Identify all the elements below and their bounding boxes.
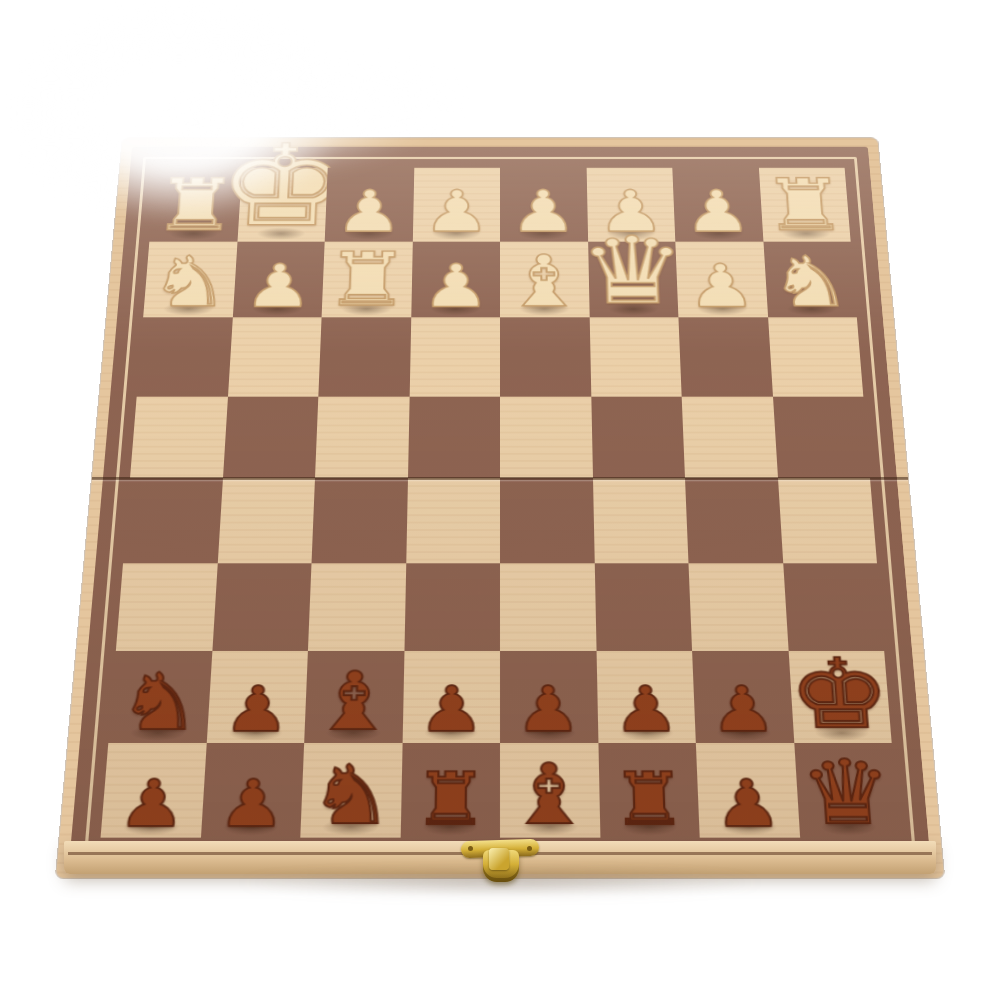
square-g4[interactable] <box>685 478 783 563</box>
light-pawn[interactable]: ♟ <box>335 185 404 238</box>
light-knight[interactable]: ♞ <box>767 250 852 314</box>
light-rook[interactable]: ♜ <box>151 172 240 238</box>
square-c5[interactable] <box>315 396 409 478</box>
square-h8[interactable]: ♜ <box>758 168 850 242</box>
square-a7[interactable]: ♞ <box>143 241 237 317</box>
square-d7[interactable]: ♟ <box>411 241 500 317</box>
square-b3[interactable] <box>212 563 312 651</box>
square-c2[interactable]: ♝ <box>304 651 404 743</box>
square-d8[interactable]: ♟ <box>412 168 500 242</box>
dark-bishop[interactable]: ♝ <box>311 665 398 739</box>
light-rook[interactable]: ♜ <box>760 172 849 238</box>
square-c1[interactable]: ♞ <box>300 742 402 837</box>
square-g2[interactable]: ♟ <box>692 651 794 743</box>
clasp-screw <box>527 846 532 851</box>
piece-shadow <box>611 722 682 742</box>
chess-board-case: ♜♚♟♟♟♟♟♜♞♟♜♟♝♛♟♞♞♟♝♟♟♟♟♚♟♟♞♜♝♜♟♛ <box>56 138 944 878</box>
square-e4[interactable] <box>500 478 594 563</box>
piece-shadow <box>709 722 780 742</box>
piece-shadow <box>115 817 188 838</box>
square-a1[interactable]: ♟ <box>101 742 207 837</box>
square-h5[interactable] <box>772 396 870 478</box>
square-a2[interactable]: ♞ <box>108 651 212 743</box>
square-b6[interactable] <box>228 317 322 396</box>
dark-pawn[interactable]: ♟ <box>612 681 680 739</box>
square-g7[interactable]: ♟ <box>675 241 767 317</box>
light-pawn[interactable]: ♟ <box>421 259 490 314</box>
dark-pawn[interactable]: ♟ <box>117 774 189 834</box>
square-h4[interactable] <box>778 478 877 563</box>
light-pawn[interactable]: ♟ <box>686 259 757 314</box>
square-g1[interactable]: ♟ <box>696 742 800 837</box>
piece-shadow <box>812 817 885 838</box>
square-a6[interactable] <box>137 317 233 396</box>
square-a8[interactable]: ♜ <box>149 168 241 242</box>
square-f3[interactable] <box>594 563 692 651</box>
brass-clasp-latch <box>461 834 539 886</box>
square-e1[interactable]: ♝ <box>500 742 600 837</box>
dark-pawn[interactable]: ♟ <box>222 681 291 739</box>
square-b5[interactable] <box>223 396 319 478</box>
piece-shadow <box>613 817 685 838</box>
light-pawn[interactable]: ♟ <box>683 185 753 238</box>
square-h1[interactable]: ♛ <box>794 742 900 837</box>
square-h7[interactable]: ♞ <box>763 241 857 317</box>
square-e8[interactable]: ♟ <box>500 168 588 242</box>
dark-king[interactable]: ♚ <box>786 650 894 738</box>
piece-shadow <box>314 817 386 838</box>
square-c8[interactable]: ♟ <box>325 168 414 242</box>
dark-pawn[interactable]: ♟ <box>713 774 783 834</box>
dark-pawn[interactable]: ♟ <box>217 774 287 834</box>
piece-shadow <box>416 722 487 742</box>
square-f1[interactable]: ♜ <box>598 742 700 837</box>
square-f6[interactable] <box>589 317 681 396</box>
dark-knight[interactable]: ♞ <box>308 758 395 833</box>
piece-shadow <box>220 722 291 742</box>
square-a5[interactable] <box>130 396 228 478</box>
square-e3[interactable] <box>500 563 596 651</box>
piece-shadow <box>122 722 194 742</box>
square-g3[interactable] <box>688 563 788 651</box>
dark-rook[interactable]: ♜ <box>610 767 687 834</box>
light-pawn[interactable]: ♟ <box>243 259 314 314</box>
piece-shadow <box>806 722 878 742</box>
square-a4[interactable] <box>123 478 222 563</box>
square-d6[interactable] <box>409 317 500 396</box>
square-b4[interactable] <box>217 478 315 563</box>
dark-rook[interactable]: ♜ <box>412 767 488 834</box>
square-h3[interactable] <box>783 563 884 651</box>
square-a3[interactable] <box>116 563 217 651</box>
square-b2[interactable]: ♟ <box>206 651 308 743</box>
clasp-screw <box>468 846 473 851</box>
square-d3[interactable] <box>404 563 500 651</box>
clasp-knob <box>489 848 509 870</box>
piece-shadow <box>514 722 585 742</box>
square-f5[interactable] <box>591 396 685 478</box>
square-d5[interactable] <box>408 396 501 478</box>
light-pawn[interactable]: ♟ <box>422 185 490 238</box>
square-b8[interactable]: ♚ <box>237 168 328 242</box>
piece-shadow <box>214 817 287 838</box>
square-e5[interactable] <box>500 396 593 478</box>
square-b1[interactable]: ♟ <box>200 742 304 837</box>
light-queen[interactable]: ♛ <box>578 229 688 314</box>
light-pawn[interactable]: ♟ <box>510 185 578 238</box>
dark-pawn[interactable]: ♟ <box>516 681 583 739</box>
square-d1[interactable]: ♜ <box>400 742 500 837</box>
square-c4[interactable] <box>312 478 408 563</box>
square-g6[interactable] <box>678 317 772 396</box>
square-f7[interactable]: ♛ <box>588 241 679 317</box>
square-c6[interactable] <box>318 317 410 396</box>
square-g5[interactable] <box>682 396 778 478</box>
square-e2[interactable]: ♟ <box>500 651 598 743</box>
square-e7[interactable]: ♝ <box>500 241 589 317</box>
square-h6[interactable] <box>768 317 864 396</box>
chess-board: ♜♚♟♟♟♟♟♜♞♟♜♟♝♛♟♞♞♟♝♟♟♟♟♚♟♟♞♜♝♜♟♛ <box>101 168 900 838</box>
dark-pawn[interactable]: ♟ <box>418 681 485 739</box>
light-rook[interactable]: ♜ <box>323 246 411 314</box>
dark-knight[interactable]: ♞ <box>116 666 204 738</box>
square-c3[interactable] <box>308 563 406 651</box>
light-knight[interactable]: ♞ <box>147 250 232 314</box>
square-b7[interactable]: ♟ <box>232 241 324 317</box>
square-e6[interactable] <box>500 317 591 396</box>
dark-pawn[interactable]: ♟ <box>709 681 778 739</box>
square-c7[interactable]: ♜ <box>322 241 413 317</box>
piece-shadow <box>713 817 786 838</box>
light-bishop[interactable]: ♝ <box>503 249 586 314</box>
dark-queen[interactable]: ♛ <box>798 752 896 834</box>
square-f4[interactable] <box>593 478 689 563</box>
square-d2[interactable]: ♟ <box>402 651 500 743</box>
board-border-band: ♜♚♟♟♟♟♟♜♞♟♜♟♝♛♟♞♞♟♝♟♟♟♟♚♟♟♞♜♝♜♟♛ <box>69 147 931 866</box>
dark-bishop[interactable]: ♝ <box>506 757 593 834</box>
piece-shadow <box>318 722 389 742</box>
square-h2[interactable]: ♚ <box>788 651 892 743</box>
square-f2[interactable]: ♟ <box>596 651 696 743</box>
square-d4[interactable] <box>406 478 500 563</box>
square-g8[interactable]: ♟ <box>672 168 763 242</box>
